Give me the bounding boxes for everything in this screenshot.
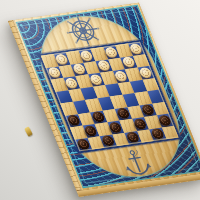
checker-dark	[158, 114, 173, 126]
brass-hinge	[24, 126, 33, 136]
game-box	[8, 3, 200, 197]
checkerboard	[38, 40, 181, 154]
checker-light	[129, 43, 144, 55]
photo-background	[0, 0, 200, 200]
checker-light	[138, 67, 153, 79]
